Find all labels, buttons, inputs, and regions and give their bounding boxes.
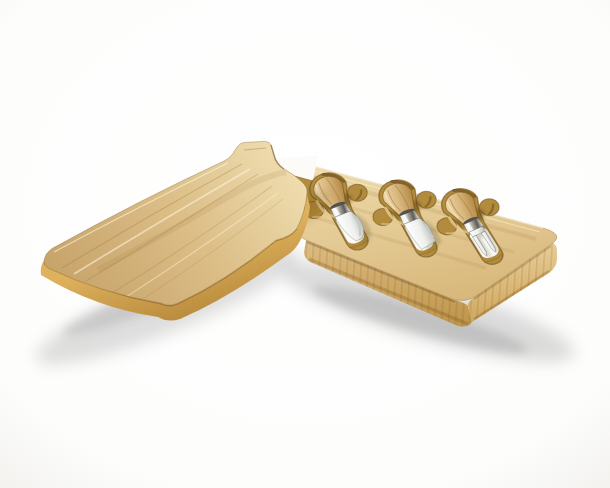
cheese-board-set-photo: [0, 0, 610, 488]
product-photo-stage: [0, 0, 610, 488]
